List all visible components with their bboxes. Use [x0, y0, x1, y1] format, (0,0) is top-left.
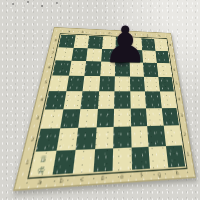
rank-label-right: 3: [180, 114, 183, 119]
rank-label-right: 4: [178, 97, 181, 101]
brand-emblem-king-icon: ♔: [36, 166, 46, 177]
carpet-speck: [27, 1, 29, 3]
file-label-top: c: [95, 32, 97, 35]
file-label-bottom: f: [140, 173, 142, 179]
rank-label-right: 1: [186, 152, 190, 158]
rank-label-left: 1: [25, 160, 30, 167]
file-label-bottom: d: [101, 175, 105, 182]
file-label-top: b: [81, 31, 84, 34]
rank-label-left: 8: [54, 39, 57, 42]
file-label-bottom: h: [176, 171, 180, 177]
file-label-top: a: [68, 30, 71, 33]
black-pawn[interactable]: ♟: [103, 22, 141, 68]
rank-label-left: 3: [35, 116, 39, 121]
rank-label-left: 4: [40, 98, 44, 103]
rank-label-right: 5: [175, 82, 178, 86]
file-label-bottom: b: [59, 178, 63, 185]
file-label-bottom: g: [158, 172, 162, 178]
file-label-bottom: e: [121, 174, 124, 181]
rank-label-right: 8: [169, 44, 171, 47]
rank-label-left: 2: [30, 137, 35, 143]
file-label-top: h: [158, 35, 160, 38]
rank-label-right: 2: [183, 132, 186, 137]
rank-label-right: 6: [173, 68, 176, 71]
rank-label-right: 7: [171, 55, 174, 58]
rank-label-left: 5: [44, 81, 48, 85]
carpet-speck: [12, 3, 14, 5]
photo-scene: aabbccddeeffgghh8877665544332211 ♕ ♔ • ·…: [0, 0, 200, 200]
file-label-bottom: a: [37, 179, 42, 186]
carpet-speck: [56, 2, 58, 4]
file-label-bottom: c: [80, 177, 84, 184]
carpet-speck: [41, 5, 43, 7]
